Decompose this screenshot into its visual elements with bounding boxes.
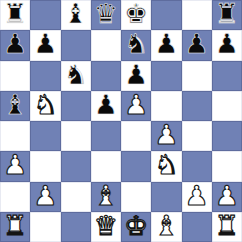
square-g2[interactable]: ♟: [182, 182, 212, 212]
piece-white-pawn: ♟: [154, 121, 178, 150]
square-d6[interactable]: [91, 61, 121, 91]
square-e6[interactable]: ♟: [121, 61, 151, 91]
square-h4[interactable]: [212, 121, 242, 151]
square-d4[interactable]: [91, 121, 121, 151]
piece-black-knight: ♞: [64, 61, 88, 90]
square-a1[interactable]: ♜: [0, 212, 30, 242]
square-e3[interactable]: [121, 151, 151, 181]
square-d8[interactable]: ♛: [91, 0, 121, 30]
square-a5[interactable]: ♝: [0, 91, 30, 121]
square-b6[interactable]: [30, 61, 60, 91]
piece-black-king: ♚: [124, 0, 148, 29]
square-h6[interactable]: [212, 61, 242, 91]
square-e4[interactable]: [121, 121, 151, 151]
square-e2[interactable]: [121, 182, 151, 212]
square-f8[interactable]: [151, 0, 181, 30]
square-c1[interactable]: [61, 212, 91, 242]
square-d1[interactable]: ♛: [91, 212, 121, 242]
square-f6[interactable]: [151, 61, 181, 91]
square-c4[interactable]: [61, 121, 91, 151]
square-d5[interactable]: ♟: [91, 91, 121, 121]
square-b1[interactable]: [30, 212, 60, 242]
piece-white-pawn: ♟: [33, 182, 57, 211]
square-h5[interactable]: [212, 91, 242, 121]
square-f3[interactable]: ♞: [151, 151, 181, 181]
square-h3[interactable]: [212, 151, 242, 181]
piece-white-rook: ♜: [215, 212, 239, 241]
piece-black-queen: ♛: [94, 0, 118, 29]
square-a4[interactable]: [0, 121, 30, 151]
square-g4[interactable]: [182, 121, 212, 151]
square-b7[interactable]: ♟: [30, 30, 60, 60]
square-e1[interactable]: ♚: [121, 212, 151, 242]
square-h7[interactable]: ♟: [212, 30, 242, 60]
piece-black-rook: ♜: [3, 0, 27, 29]
square-e5[interactable]: ♟: [121, 91, 151, 121]
piece-white-king: ♚: [124, 212, 148, 241]
square-d7[interactable]: [91, 30, 121, 60]
piece-white-bishop: ♝: [154, 212, 178, 241]
square-b2[interactable]: ♟: [30, 182, 60, 212]
piece-black-pawn: ♟: [124, 61, 148, 90]
piece-black-bishop: ♝: [3, 91, 27, 120]
piece-black-pawn: ♟: [94, 91, 118, 120]
square-c3[interactable]: [61, 151, 91, 181]
chess-board: ♜♝♛♚♜♟♟♞♟♟♟♞♟♝♞♟♟♟♟♞♟♝♟♟♜♛♚♝♜: [0, 0, 242, 242]
square-a3[interactable]: ♟: [0, 151, 30, 181]
piece-black-pawn: ♟: [215, 30, 239, 59]
piece-white-pawn: ♟: [185, 182, 209, 211]
piece-black-pawn: ♟: [185, 30, 209, 59]
square-a2[interactable]: [0, 182, 30, 212]
square-c7[interactable]: [61, 30, 91, 60]
square-h2[interactable]: ♟: [212, 182, 242, 212]
square-g7[interactable]: ♟: [182, 30, 212, 60]
square-f4[interactable]: ♟: [151, 121, 181, 151]
square-h1[interactable]: ♜: [212, 212, 242, 242]
piece-black-pawn: ♟: [154, 30, 178, 59]
piece-white-knight: ♞: [154, 151, 178, 180]
piece-white-rook: ♜: [3, 212, 27, 241]
square-b3[interactable]: [30, 151, 60, 181]
square-f5[interactable]: [151, 91, 181, 121]
square-g1[interactable]: [182, 212, 212, 242]
square-g5[interactable]: [182, 91, 212, 121]
piece-white-pawn: ♟: [124, 91, 148, 120]
square-f7[interactable]: ♟: [151, 30, 181, 60]
square-b5[interactable]: ♞: [30, 91, 60, 121]
square-g6[interactable]: [182, 61, 212, 91]
piece-black-pawn: ♟: [3, 30, 27, 59]
square-f2[interactable]: [151, 182, 181, 212]
square-c2[interactable]: [61, 182, 91, 212]
square-c6[interactable]: ♞: [61, 61, 91, 91]
square-h8[interactable]: ♜: [212, 0, 242, 30]
piece-white-pawn: ♟: [215, 182, 239, 211]
square-a8[interactable]: ♜: [0, 0, 30, 30]
piece-white-pawn: ♟: [3, 151, 27, 180]
square-d2[interactable]: ♝: [91, 182, 121, 212]
square-c5[interactable]: [61, 91, 91, 121]
piece-white-bishop: ♝: [94, 182, 118, 211]
square-a7[interactable]: ♟: [0, 30, 30, 60]
square-g3[interactable]: [182, 151, 212, 181]
square-d3[interactable]: [91, 151, 121, 181]
piece-black-knight: ♞: [124, 30, 148, 59]
square-c8[interactable]: ♝: [61, 0, 91, 30]
piece-white-knight: ♞: [33, 91, 57, 120]
square-g8[interactable]: [182, 0, 212, 30]
piece-white-queen: ♛: [94, 212, 118, 241]
square-f1[interactable]: ♝: [151, 212, 181, 242]
piece-black-bishop: ♝: [64, 0, 88, 29]
square-b4[interactable]: [30, 121, 60, 151]
square-b8[interactable]: [30, 0, 60, 30]
square-e8[interactable]: ♚: [121, 0, 151, 30]
square-e7[interactable]: ♞: [121, 30, 151, 60]
square-a6[interactable]: [0, 61, 30, 91]
piece-black-pawn: ♟: [33, 30, 57, 59]
piece-black-rook: ♜: [215, 0, 239, 29]
